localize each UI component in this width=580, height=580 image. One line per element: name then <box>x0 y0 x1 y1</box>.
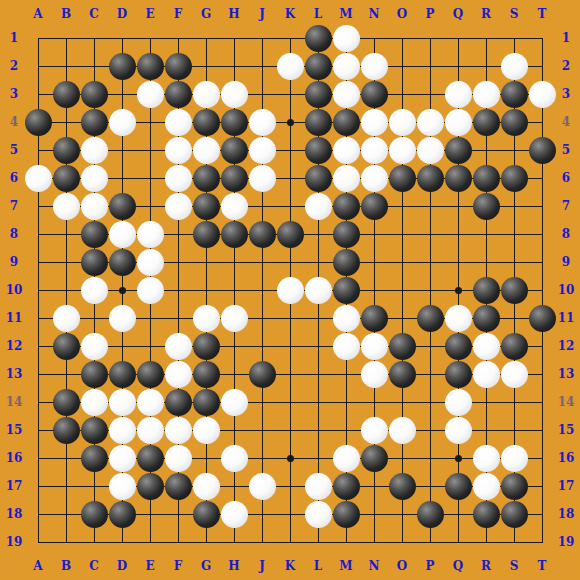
intersection-G3[interactable] <box>192 80 220 108</box>
stone-black-B15[interactable] <box>53 417 80 444</box>
intersection-D13[interactable] <box>108 360 136 388</box>
stone-white-E3[interactable] <box>137 81 164 108</box>
intersection-E2[interactable] <box>136 52 164 80</box>
intersection-L3[interactable] <box>304 80 332 108</box>
intersection-C4[interactable] <box>80 108 108 136</box>
stone-white-J4[interactable] <box>249 109 276 136</box>
stone-white-S16[interactable] <box>501 445 528 472</box>
stone-black-L6[interactable] <box>305 165 332 192</box>
intersection-Q15[interactable] <box>444 416 472 444</box>
stone-white-R17[interactable] <box>473 473 500 500</box>
stone-black-G14[interactable] <box>193 389 220 416</box>
stone-white-C10[interactable] <box>81 277 108 304</box>
stone-white-E14[interactable] <box>137 389 164 416</box>
stone-white-N4[interactable] <box>361 109 388 136</box>
stone-white-M5[interactable] <box>333 137 360 164</box>
intersection-P11[interactable] <box>416 304 444 332</box>
intersection-E14[interactable] <box>136 388 164 416</box>
stone-black-O13[interactable] <box>389 361 416 388</box>
intersection-H7[interactable] <box>220 192 248 220</box>
intersection-F7[interactable] <box>164 192 192 220</box>
intersection-N3[interactable] <box>360 80 388 108</box>
stone-black-L2[interactable] <box>305 53 332 80</box>
stone-black-G7[interactable] <box>193 193 220 220</box>
stone-black-R6[interactable] <box>473 165 500 192</box>
stone-black-G12[interactable] <box>193 333 220 360</box>
stone-black-J8[interactable] <box>249 221 276 248</box>
stone-white-G3[interactable] <box>193 81 220 108</box>
intersection-F6[interactable] <box>164 164 192 192</box>
stone-black-G4[interactable] <box>193 109 220 136</box>
stone-white-D16[interactable] <box>109 445 136 472</box>
stone-white-J6[interactable] <box>249 165 276 192</box>
intersection-M18[interactable] <box>332 500 360 528</box>
intersection-C10[interactable] <box>80 276 108 304</box>
stone-black-S3[interactable] <box>501 81 528 108</box>
intersection-L7[interactable] <box>304 192 332 220</box>
intersection-J8[interactable] <box>248 220 276 248</box>
intersection-O12[interactable] <box>388 332 416 360</box>
intersection-D7[interactable] <box>108 192 136 220</box>
intersection-D4[interactable] <box>108 108 136 136</box>
stone-white-M1[interactable] <box>333 25 360 52</box>
intersection-A4[interactable] <box>24 108 52 136</box>
stone-black-M17[interactable] <box>333 473 360 500</box>
stone-black-N7[interactable] <box>361 193 388 220</box>
intersection-R3[interactable] <box>472 80 500 108</box>
intersection-H6[interactable] <box>220 164 248 192</box>
intersection-E13[interactable] <box>136 360 164 388</box>
intersection-M5[interactable] <box>332 136 360 164</box>
intersection-M17[interactable] <box>332 472 360 500</box>
stone-black-Q13[interactable] <box>445 361 472 388</box>
intersection-O17[interactable] <box>388 472 416 500</box>
intersection-Q12[interactable] <box>444 332 472 360</box>
stone-black-D2[interactable] <box>109 53 136 80</box>
stone-black-H8[interactable] <box>221 221 248 248</box>
intersection-L1[interactable] <box>304 24 332 52</box>
intersection-F17[interactable] <box>164 472 192 500</box>
stone-white-H18[interactable] <box>221 501 248 528</box>
intersection-H16[interactable] <box>220 444 248 472</box>
intersection-R16[interactable] <box>472 444 500 472</box>
intersection-N4[interactable] <box>360 108 388 136</box>
intersection-Q6[interactable] <box>444 164 472 192</box>
stone-black-H4[interactable] <box>221 109 248 136</box>
intersection-P6[interactable] <box>416 164 444 192</box>
stone-black-L1[interactable] <box>305 25 332 52</box>
stone-black-M10[interactable] <box>333 277 360 304</box>
stone-black-B6[interactable] <box>53 165 80 192</box>
intersection-D17[interactable] <box>108 472 136 500</box>
stone-black-R4[interactable] <box>473 109 500 136</box>
stone-white-N6[interactable] <box>361 165 388 192</box>
intersection-N5[interactable] <box>360 136 388 164</box>
intersection-S10[interactable] <box>500 276 528 304</box>
intersection-K2[interactable] <box>276 52 304 80</box>
stone-black-M9[interactable] <box>333 249 360 276</box>
intersection-N16[interactable] <box>360 444 388 472</box>
stone-black-H5[interactable] <box>221 137 248 164</box>
intersection-F13[interactable] <box>164 360 192 388</box>
stone-black-E17[interactable] <box>137 473 164 500</box>
intersection-D11[interactable] <box>108 304 136 332</box>
stone-white-H11[interactable] <box>221 305 248 332</box>
stone-black-M18[interactable] <box>333 501 360 528</box>
stone-white-L17[interactable] <box>305 473 332 500</box>
intersection-G8[interactable] <box>192 220 220 248</box>
stone-white-L10[interactable] <box>305 277 332 304</box>
intersection-H3[interactable] <box>220 80 248 108</box>
stone-black-P18[interactable] <box>417 501 444 528</box>
intersection-C18[interactable] <box>80 500 108 528</box>
go-board[interactable]: AABBCCDDEEFFGGHHJJKKLLMMNNOOPPQQRRSSTT11… <box>0 0 580 580</box>
intersection-N13[interactable] <box>360 360 388 388</box>
stone-black-M4[interactable] <box>333 109 360 136</box>
intersection-G5[interactable] <box>192 136 220 164</box>
stone-black-N11[interactable] <box>361 305 388 332</box>
intersection-R10[interactable] <box>472 276 500 304</box>
intersection-C16[interactable] <box>80 444 108 472</box>
stone-black-G8[interactable] <box>193 221 220 248</box>
stone-white-M11[interactable] <box>333 305 360 332</box>
intersection-T3[interactable] <box>528 80 556 108</box>
stone-white-N5[interactable] <box>361 137 388 164</box>
intersection-P4[interactable] <box>416 108 444 136</box>
stone-black-P11[interactable] <box>417 305 444 332</box>
stone-black-A4[interactable] <box>25 109 52 136</box>
intersection-J6[interactable] <box>248 164 276 192</box>
intersection-R6[interactable] <box>472 164 500 192</box>
intersection-C15[interactable] <box>80 416 108 444</box>
intersection-H18[interactable] <box>220 500 248 528</box>
intersection-B7[interactable] <box>52 192 80 220</box>
intersection-K8[interactable] <box>276 220 304 248</box>
stone-white-D14[interactable] <box>109 389 136 416</box>
stone-white-G15[interactable] <box>193 417 220 444</box>
stone-white-S13[interactable] <box>501 361 528 388</box>
stone-white-S2[interactable] <box>501 53 528 80</box>
stone-black-S4[interactable] <box>501 109 528 136</box>
intersection-H5[interactable] <box>220 136 248 164</box>
intersection-E9[interactable] <box>136 248 164 276</box>
stone-white-N15[interactable] <box>361 417 388 444</box>
stone-white-D17[interactable] <box>109 473 136 500</box>
stone-white-L7[interactable] <box>305 193 332 220</box>
stone-black-C4[interactable] <box>81 109 108 136</box>
stone-black-C15[interactable] <box>81 417 108 444</box>
stone-white-N13[interactable] <box>361 361 388 388</box>
stone-white-C5[interactable] <box>81 137 108 164</box>
intersection-Q13[interactable] <box>444 360 472 388</box>
stone-black-L3[interactable] <box>305 81 332 108</box>
intersection-M3[interactable] <box>332 80 360 108</box>
intersection-H4[interactable] <box>220 108 248 136</box>
stone-white-L18[interactable] <box>305 501 332 528</box>
intersection-L10[interactable] <box>304 276 332 304</box>
stone-white-C14[interactable] <box>81 389 108 416</box>
intersection-G11[interactable] <box>192 304 220 332</box>
stone-white-K10[interactable] <box>277 277 304 304</box>
intersection-H8[interactable] <box>220 220 248 248</box>
intersection-T11[interactable] <box>528 304 556 332</box>
intersection-P18[interactable] <box>416 500 444 528</box>
stone-white-G17[interactable] <box>193 473 220 500</box>
stone-black-D9[interactable] <box>109 249 136 276</box>
stone-white-N12[interactable] <box>361 333 388 360</box>
intersection-N15[interactable] <box>360 416 388 444</box>
intersection-G12[interactable] <box>192 332 220 360</box>
intersection-E3[interactable] <box>136 80 164 108</box>
stone-black-M8[interactable] <box>333 221 360 248</box>
intersection-S17[interactable] <box>500 472 528 500</box>
stone-white-G11[interactable] <box>193 305 220 332</box>
stone-white-D8[interactable] <box>109 221 136 248</box>
intersection-S6[interactable] <box>500 164 528 192</box>
intersection-O13[interactable] <box>388 360 416 388</box>
stone-white-J17[interactable] <box>249 473 276 500</box>
intersection-L4[interactable] <box>304 108 332 136</box>
stone-white-D11[interactable] <box>109 305 136 332</box>
stone-white-M16[interactable] <box>333 445 360 472</box>
intersection-M9[interactable] <box>332 248 360 276</box>
intersection-G6[interactable] <box>192 164 220 192</box>
stone-black-D7[interactable] <box>109 193 136 220</box>
intersection-R17[interactable] <box>472 472 500 500</box>
intersection-D2[interactable] <box>108 52 136 80</box>
stone-white-R3[interactable] <box>473 81 500 108</box>
intersection-Q5[interactable] <box>444 136 472 164</box>
intersection-F14[interactable] <box>164 388 192 416</box>
intersection-L18[interactable] <box>304 500 332 528</box>
stone-black-Q6[interactable] <box>445 165 472 192</box>
intersection-C13[interactable] <box>80 360 108 388</box>
stone-black-N3[interactable] <box>361 81 388 108</box>
intersection-L17[interactable] <box>304 472 332 500</box>
intersection-N7[interactable] <box>360 192 388 220</box>
stone-white-F16[interactable] <box>165 445 192 472</box>
intersection-N6[interactable] <box>360 164 388 192</box>
intersection-J4[interactable] <box>248 108 276 136</box>
stone-black-R18[interactable] <box>473 501 500 528</box>
intersection-T5[interactable] <box>528 136 556 164</box>
intersection-Q14[interactable] <box>444 388 472 416</box>
stone-black-B5[interactable] <box>53 137 80 164</box>
stone-black-Q5[interactable] <box>445 137 472 164</box>
stone-white-E10[interactable] <box>137 277 164 304</box>
stone-black-L4[interactable] <box>305 109 332 136</box>
intersection-M12[interactable] <box>332 332 360 360</box>
stone-white-F7[interactable] <box>165 193 192 220</box>
stone-white-J5[interactable] <box>249 137 276 164</box>
stone-white-K2[interactable] <box>277 53 304 80</box>
intersection-R7[interactable] <box>472 192 500 220</box>
stone-black-F2[interactable] <box>165 53 192 80</box>
intersection-B6[interactable] <box>52 164 80 192</box>
stone-black-O17[interactable] <box>389 473 416 500</box>
stone-white-M12[interactable] <box>333 333 360 360</box>
intersection-Q17[interactable] <box>444 472 472 500</box>
intersection-D16[interactable] <box>108 444 136 472</box>
intersection-N11[interactable] <box>360 304 388 332</box>
stone-black-T11[interactable] <box>529 305 556 332</box>
intersection-F2[interactable] <box>164 52 192 80</box>
stone-white-G5[interactable] <box>193 137 220 164</box>
stone-black-O6[interactable] <box>389 165 416 192</box>
stone-white-P4[interactable] <box>417 109 444 136</box>
intersection-Q4[interactable] <box>444 108 472 136</box>
intersection-M7[interactable] <box>332 192 360 220</box>
intersection-F12[interactable] <box>164 332 192 360</box>
stone-black-S17[interactable] <box>501 473 528 500</box>
intersection-J13[interactable] <box>248 360 276 388</box>
intersection-C9[interactable] <box>80 248 108 276</box>
stone-black-L5[interactable] <box>305 137 332 164</box>
stone-black-R10[interactable] <box>473 277 500 304</box>
stone-black-G18[interactable] <box>193 501 220 528</box>
intersection-B15[interactable] <box>52 416 80 444</box>
stone-black-J13[interactable] <box>249 361 276 388</box>
intersection-G13[interactable] <box>192 360 220 388</box>
stone-white-F5[interactable] <box>165 137 192 164</box>
stone-white-C12[interactable] <box>81 333 108 360</box>
intersection-D15[interactable] <box>108 416 136 444</box>
stone-white-F15[interactable] <box>165 417 192 444</box>
intersection-H14[interactable] <box>220 388 248 416</box>
intersection-M11[interactable] <box>332 304 360 332</box>
stone-black-P6[interactable] <box>417 165 444 192</box>
stone-black-B3[interactable] <box>53 81 80 108</box>
stone-white-R16[interactable] <box>473 445 500 472</box>
intersection-S18[interactable] <box>500 500 528 528</box>
stone-white-H16[interactable] <box>221 445 248 472</box>
intersection-M8[interactable] <box>332 220 360 248</box>
intersection-F4[interactable] <box>164 108 192 136</box>
intersection-G14[interactable] <box>192 388 220 416</box>
intersection-R18[interactable] <box>472 500 500 528</box>
intersection-N2[interactable] <box>360 52 388 80</box>
stone-black-C8[interactable] <box>81 221 108 248</box>
intersection-C8[interactable] <box>80 220 108 248</box>
intersection-G17[interactable] <box>192 472 220 500</box>
stone-black-F14[interactable] <box>165 389 192 416</box>
intersection-B11[interactable] <box>52 304 80 332</box>
stone-black-R7[interactable] <box>473 193 500 220</box>
intersection-C5[interactable] <box>80 136 108 164</box>
stone-white-B7[interactable] <box>53 193 80 220</box>
intersection-O15[interactable] <box>388 416 416 444</box>
intersection-S2[interactable] <box>500 52 528 80</box>
stone-white-M6[interactable] <box>333 165 360 192</box>
stone-black-E2[interactable] <box>137 53 164 80</box>
stone-white-H3[interactable] <box>221 81 248 108</box>
intersection-N12[interactable] <box>360 332 388 360</box>
stone-white-Q11[interactable] <box>445 305 472 332</box>
intersection-P5[interactable] <box>416 136 444 164</box>
stone-white-Q3[interactable] <box>445 81 472 108</box>
intersection-E16[interactable] <box>136 444 164 472</box>
stone-white-M3[interactable] <box>333 81 360 108</box>
intersection-H11[interactable] <box>220 304 248 332</box>
intersection-B12[interactable] <box>52 332 80 360</box>
stone-black-M7[interactable] <box>333 193 360 220</box>
stone-black-E16[interactable] <box>137 445 164 472</box>
stone-black-T5[interactable] <box>529 137 556 164</box>
stone-black-C3[interactable] <box>81 81 108 108</box>
stone-white-C6[interactable] <box>81 165 108 192</box>
intersection-M1[interactable] <box>332 24 360 52</box>
intersection-Q3[interactable] <box>444 80 472 108</box>
intersection-G4[interactable] <box>192 108 220 136</box>
stone-white-C7[interactable] <box>81 193 108 220</box>
intersection-E17[interactable] <box>136 472 164 500</box>
intersection-G7[interactable] <box>192 192 220 220</box>
stone-white-P5[interactable] <box>417 137 444 164</box>
intersection-L2[interactable] <box>304 52 332 80</box>
intersection-S12[interactable] <box>500 332 528 360</box>
stone-black-B14[interactable] <box>53 389 80 416</box>
intersection-C6[interactable] <box>80 164 108 192</box>
stone-black-C18[interactable] <box>81 501 108 528</box>
stone-white-D15[interactable] <box>109 417 136 444</box>
intersection-O6[interactable] <box>388 164 416 192</box>
stone-white-R13[interactable] <box>473 361 500 388</box>
stone-black-S10[interactable] <box>501 277 528 304</box>
intersection-E15[interactable] <box>136 416 164 444</box>
intersection-C14[interactable] <box>80 388 108 416</box>
stone-black-F17[interactable] <box>165 473 192 500</box>
stone-black-B12[interactable] <box>53 333 80 360</box>
intersection-S3[interactable] <box>500 80 528 108</box>
intersection-O5[interactable] <box>388 136 416 164</box>
intersection-M10[interactable] <box>332 276 360 304</box>
intersection-S16[interactable] <box>500 444 528 472</box>
intersection-L6[interactable] <box>304 164 332 192</box>
intersection-R4[interactable] <box>472 108 500 136</box>
stone-white-F6[interactable] <box>165 165 192 192</box>
intersection-O4[interactable] <box>388 108 416 136</box>
stone-white-Q4[interactable] <box>445 109 472 136</box>
intersection-J17[interactable] <box>248 472 276 500</box>
intersection-G18[interactable] <box>192 500 220 528</box>
stone-white-O15[interactable] <box>389 417 416 444</box>
stone-white-Q14[interactable] <box>445 389 472 416</box>
intersection-D9[interactable] <box>108 248 136 276</box>
stone-white-D4[interactable] <box>109 109 136 136</box>
stone-black-O12[interactable] <box>389 333 416 360</box>
intersection-D8[interactable] <box>108 220 136 248</box>
intersection-E10[interactable] <box>136 276 164 304</box>
intersection-B5[interactable] <box>52 136 80 164</box>
intersection-M4[interactable] <box>332 108 360 136</box>
stone-white-E9[interactable] <box>137 249 164 276</box>
stone-black-H6[interactable] <box>221 165 248 192</box>
stone-white-M2[interactable] <box>333 53 360 80</box>
stone-white-B11[interactable] <box>53 305 80 332</box>
stone-white-F13[interactable] <box>165 361 192 388</box>
stone-black-G6[interactable] <box>193 165 220 192</box>
intersection-M2[interactable] <box>332 52 360 80</box>
intersection-D18[interactable] <box>108 500 136 528</box>
stone-black-C9[interactable] <box>81 249 108 276</box>
intersection-G15[interactable] <box>192 416 220 444</box>
stone-white-E8[interactable] <box>137 221 164 248</box>
stone-black-D13[interactable] <box>109 361 136 388</box>
stone-white-O4[interactable] <box>389 109 416 136</box>
intersection-B14[interactable] <box>52 388 80 416</box>
stone-white-T3[interactable] <box>529 81 556 108</box>
stone-white-N2[interactable] <box>361 53 388 80</box>
